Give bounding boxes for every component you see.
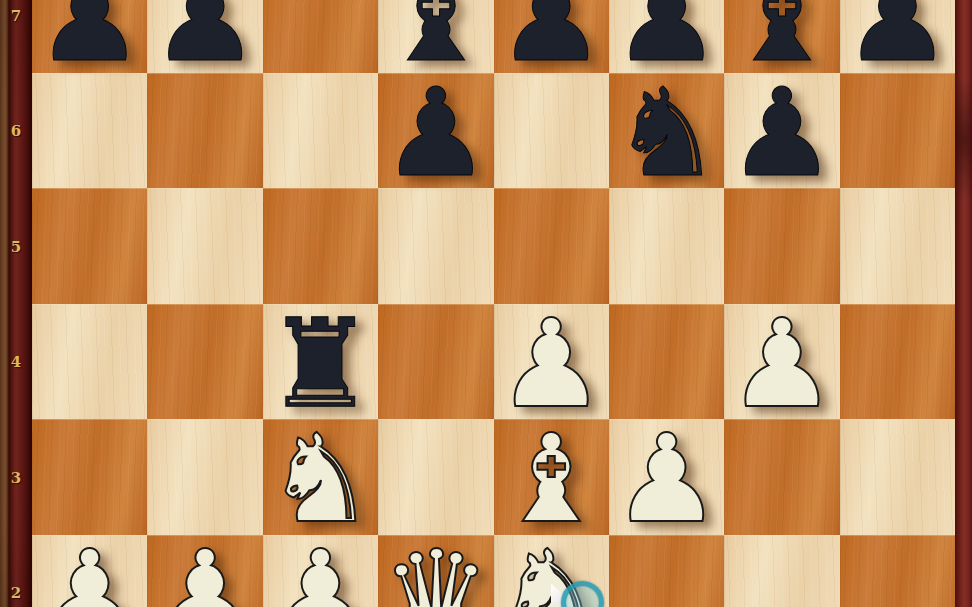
piece-white-pawn[interactable]: ♟ <box>497 307 606 422</box>
square-g3[interactable] <box>724 419 839 534</box>
piece-black-pawn[interactable]: ♟ <box>497 0 606 76</box>
square-b3[interactable] <box>147 419 262 534</box>
square-g2[interactable] <box>724 535 839 607</box>
piece-black-pawn[interactable]: ♟ <box>150 0 259 76</box>
rank-label-3: 3 <box>0 469 32 487</box>
piece-white-pawn[interactable]: ♟ <box>150 538 259 607</box>
rank-label-5: 5 <box>0 238 32 256</box>
board-frame-left <box>0 0 32 607</box>
piece-white-pawn[interactable]: ♟ <box>266 538 375 607</box>
square-f6[interactable]: ♞ <box>609 73 724 188</box>
square-h2[interactable] <box>840 535 955 607</box>
rank-label-4: 4 <box>0 353 32 371</box>
piece-black-pawn[interactable]: ♟ <box>381 76 490 191</box>
chess-board: ♟♟♝♟♟♝♟♟♞♟♜♟♟♞♝♟♟♟♟♛♞ <box>32 0 955 607</box>
square-d6[interactable]: ♟ <box>378 73 493 188</box>
square-d5[interactable] <box>378 188 493 303</box>
square-e5[interactable] <box>494 188 609 303</box>
square-g6[interactable]: ♟ <box>724 73 839 188</box>
piece-white-queen[interactable]: ♛ <box>381 538 490 607</box>
rank-label-6: 6 <box>0 122 32 140</box>
square-a6[interactable] <box>32 73 147 188</box>
piece-white-pawn[interactable]: ♟ <box>727 307 836 422</box>
piece-black-pawn[interactable]: ♟ <box>35 0 144 76</box>
square-a4[interactable] <box>32 304 147 419</box>
piece-white-pawn[interactable]: ♟ <box>35 538 144 607</box>
square-h3[interactable] <box>840 419 955 534</box>
square-g5[interactable] <box>724 188 839 303</box>
square-e7[interactable]: ♟ <box>494 0 609 73</box>
square-f3[interactable]: ♟ <box>609 419 724 534</box>
square-h4[interactable] <box>840 304 955 419</box>
piece-black-pawn[interactable]: ♟ <box>843 0 952 76</box>
rank-label-2: 2 <box>0 584 32 602</box>
square-e6[interactable] <box>494 73 609 188</box>
square-b4[interactable] <box>147 304 262 419</box>
piece-white-bishop[interactable]: ♝ <box>497 422 606 537</box>
piece-white-pawn[interactable]: ♟ <box>612 422 721 537</box>
piece-black-rook[interactable]: ♜ <box>266 307 375 422</box>
square-c7[interactable] <box>263 0 378 73</box>
square-c6[interactable] <box>263 73 378 188</box>
piece-black-pawn[interactable]: ♟ <box>727 76 836 191</box>
square-b5[interactable] <box>147 188 262 303</box>
piece-black-knight[interactable]: ♞ <box>612 76 721 191</box>
square-b7[interactable]: ♟ <box>147 0 262 73</box>
square-a2[interactable]: ♟ <box>32 535 147 607</box>
square-h7[interactable]: ♟ <box>840 0 955 73</box>
square-b2[interactable]: ♟ <box>147 535 262 607</box>
square-h5[interactable] <box>840 188 955 303</box>
square-b6[interactable] <box>147 73 262 188</box>
square-c4[interactable]: ♜ <box>263 304 378 419</box>
square-c2[interactable]: ♟ <box>263 535 378 607</box>
square-h6[interactable] <box>840 73 955 188</box>
square-g4[interactable]: ♟ <box>724 304 839 419</box>
square-a7[interactable]: ♟ <box>32 0 147 73</box>
square-a3[interactable] <box>32 419 147 534</box>
square-a5[interactable] <box>32 188 147 303</box>
square-c5[interactable] <box>263 188 378 303</box>
board-frame-right <box>955 0 972 607</box>
rank-label-7: 7 <box>0 7 32 25</box>
square-d3[interactable] <box>378 419 493 534</box>
piece-white-knight[interactable]: ♞ <box>266 422 375 537</box>
square-e3[interactable]: ♝ <box>494 419 609 534</box>
square-d2[interactable]: ♛ <box>378 535 493 607</box>
square-e4[interactable]: ♟ <box>494 304 609 419</box>
square-d4[interactable] <box>378 304 493 419</box>
square-f4[interactable] <box>609 304 724 419</box>
chess-app-window: ♟♟♝♟♟♝♟♟♞♟♜♟♟♞♝♟♟♟♟♛♞ 7 6 5 4 3 2 <box>0 0 972 607</box>
square-f5[interactable] <box>609 188 724 303</box>
square-c3[interactable]: ♞ <box>263 419 378 534</box>
